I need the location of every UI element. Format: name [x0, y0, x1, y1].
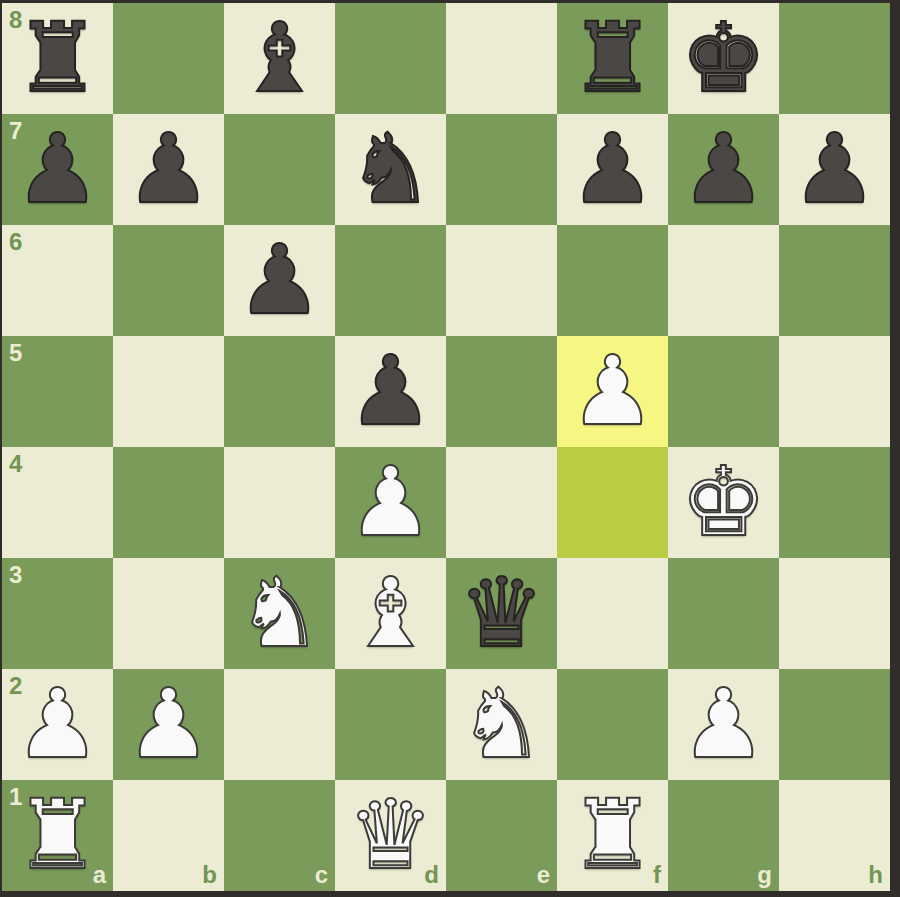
square-a4[interactable]: 4 — [2, 447, 113, 558]
square-b1[interactable]: b — [113, 780, 224, 891]
file-label-e: e — [537, 861, 550, 889]
black-pawn-f7[interactable]: ♟ — [557, 114, 668, 225]
square-d3[interactable]: ♝ — [335, 558, 446, 669]
white-pawn-f5[interactable]: ♟ — [557, 336, 668, 447]
square-h4[interactable] — [779, 447, 890, 558]
square-f8[interactable]: ♜ — [557, 3, 668, 114]
square-d4[interactable]: ♟ — [335, 447, 446, 558]
square-c5[interactable] — [224, 336, 335, 447]
square-g4[interactable]: ♚ — [668, 447, 779, 558]
square-e1[interactable]: e — [446, 780, 557, 891]
square-h6[interactable] — [779, 225, 890, 336]
square-f5[interactable]: ♟ — [557, 336, 668, 447]
square-f2[interactable] — [557, 669, 668, 780]
square-g2[interactable]: ♟ — [668, 669, 779, 780]
square-b5[interactable] — [113, 336, 224, 447]
square-f7[interactable]: ♟ — [557, 114, 668, 225]
rank-label-3: 3 — [9, 561, 22, 589]
rank-label-4: 4 — [9, 450, 22, 478]
square-a8[interactable]: 8♜ — [2, 3, 113, 114]
black-rook-f8[interactable]: ♜ — [557, 3, 668, 114]
square-d6[interactable] — [335, 225, 446, 336]
square-a7[interactable]: 7♟ — [2, 114, 113, 225]
square-e6[interactable] — [446, 225, 557, 336]
white-pawn-d4[interactable]: ♟ — [335, 447, 446, 558]
square-g1[interactable]: g — [668, 780, 779, 891]
black-pawn-b7[interactable]: ♟ — [113, 114, 224, 225]
white-rook-f1[interactable]: ♜ — [557, 780, 668, 891]
white-bishop-d3[interactable]: ♝ — [335, 558, 446, 669]
square-a2[interactable]: 2♟ — [2, 669, 113, 780]
square-g7[interactable]: ♟ — [668, 114, 779, 225]
square-b4[interactable] — [113, 447, 224, 558]
square-g5[interactable] — [668, 336, 779, 447]
square-d5[interactable]: ♟ — [335, 336, 446, 447]
black-pawn-c6[interactable]: ♟ — [224, 225, 335, 336]
square-h7[interactable]: ♟ — [779, 114, 890, 225]
file-label-h: h — [868, 861, 883, 889]
black-pawn-d5[interactable]: ♟ — [335, 336, 446, 447]
rank-label-5: 5 — [9, 339, 22, 367]
white-queen-d1[interactable]: ♛ — [335, 780, 446, 891]
square-d7[interactable]: ♞ — [335, 114, 446, 225]
white-rook-a1[interactable]: ♜ — [2, 780, 113, 891]
square-a5[interactable]: 5 — [2, 336, 113, 447]
white-king-g4[interactable]: ♚ — [668, 447, 779, 558]
black-rook-a8[interactable]: ♜ — [2, 3, 113, 114]
square-g3[interactable] — [668, 558, 779, 669]
square-e4[interactable] — [446, 447, 557, 558]
file-label-c: c — [315, 861, 328, 889]
white-pawn-b2[interactable]: ♟ — [113, 669, 224, 780]
square-d1[interactable]: d♛ — [335, 780, 446, 891]
chess-board: 8♜♝♜♚7♟♟♞♟♟♟6♟5♟♟4♟♚3♞♝♛2♟♟♞♟1a♜bcd♛ef♜g… — [2, 3, 890, 891]
white-knight-e2[interactable]: ♞ — [446, 669, 557, 780]
white-knight-c3[interactable]: ♞ — [224, 558, 335, 669]
square-f3[interactable] — [557, 558, 668, 669]
square-b6[interactable] — [113, 225, 224, 336]
square-h5[interactable] — [779, 336, 890, 447]
rank-label-6: 6 — [9, 228, 22, 256]
square-c7[interactable] — [224, 114, 335, 225]
square-b8[interactable] — [113, 3, 224, 114]
square-c1[interactable]: c — [224, 780, 335, 891]
square-g6[interactable] — [668, 225, 779, 336]
square-c4[interactable] — [224, 447, 335, 558]
black-king-g8[interactable]: ♚ — [668, 3, 779, 114]
square-e2[interactable]: ♞ — [446, 669, 557, 780]
square-a1[interactable]: 1a♜ — [2, 780, 113, 891]
square-h3[interactable] — [779, 558, 890, 669]
board-frame: 8♜♝♜♚7♟♟♞♟♟♟6♟5♟♟4♟♚3♞♝♛2♟♟♞♟1a♜bcd♛ef♜g… — [0, 0, 900, 897]
square-d2[interactable] — [335, 669, 446, 780]
square-h1[interactable]: h — [779, 780, 890, 891]
white-pawn-g2[interactable]: ♟ — [668, 669, 779, 780]
square-b3[interactable] — [113, 558, 224, 669]
square-c8[interactable]: ♝ — [224, 3, 335, 114]
black-pawn-h7[interactable]: ♟ — [779, 114, 890, 225]
square-f4[interactable] — [557, 447, 668, 558]
square-a6[interactable]: 6 — [2, 225, 113, 336]
square-h2[interactable] — [779, 669, 890, 780]
square-e3[interactable]: ♛ — [446, 558, 557, 669]
square-e7[interactable] — [446, 114, 557, 225]
black-pawn-g7[interactable]: ♟ — [668, 114, 779, 225]
white-pawn-a2[interactable]: ♟ — [2, 669, 113, 780]
black-pawn-a7[interactable]: ♟ — [2, 114, 113, 225]
square-c6[interactable]: ♟ — [224, 225, 335, 336]
square-h8[interactable] — [779, 3, 890, 114]
black-knight-d7[interactable]: ♞ — [335, 114, 446, 225]
square-b2[interactable]: ♟ — [113, 669, 224, 780]
square-f1[interactable]: f♜ — [557, 780, 668, 891]
file-label-g: g — [757, 861, 772, 889]
square-g8[interactable]: ♚ — [668, 3, 779, 114]
black-bishop-c8[interactable]: ♝ — [224, 3, 335, 114]
square-d8[interactable] — [335, 3, 446, 114]
square-b7[interactable]: ♟ — [113, 114, 224, 225]
square-e8[interactable] — [446, 3, 557, 114]
square-f6[interactable] — [557, 225, 668, 336]
square-e5[interactable] — [446, 336, 557, 447]
square-a3[interactable]: 3 — [2, 558, 113, 669]
square-c2[interactable] — [224, 669, 335, 780]
file-label-b: b — [202, 861, 217, 889]
square-c3[interactable]: ♞ — [224, 558, 335, 669]
black-queen-e3[interactable]: ♛ — [446, 558, 557, 669]
